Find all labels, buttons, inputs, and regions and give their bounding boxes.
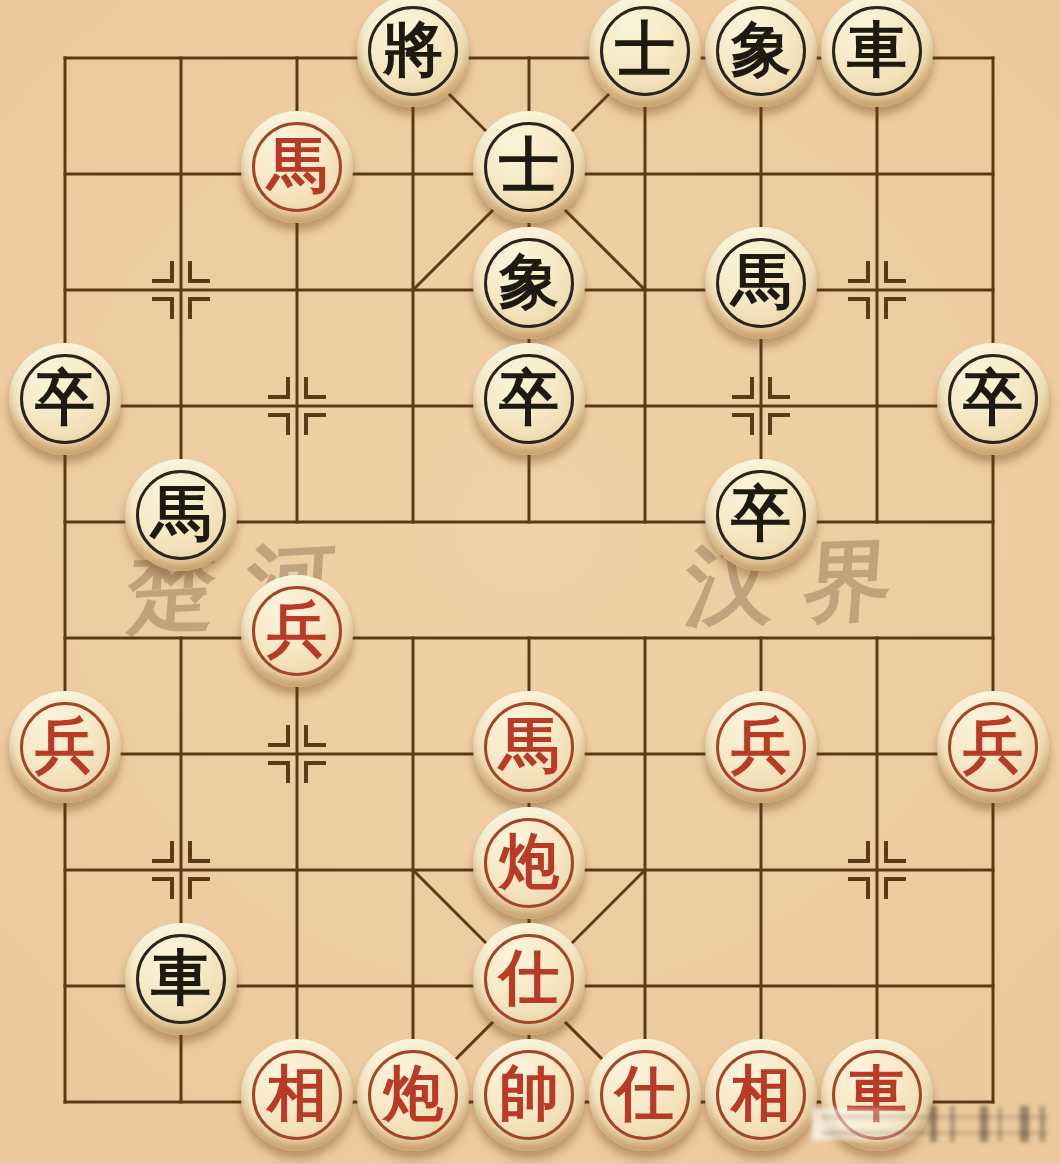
piece-glyph: 象 xyxy=(731,20,791,80)
piece-black-elephant[interactable]: 象 xyxy=(705,0,817,107)
piece-black-horse[interactable]: 馬 xyxy=(705,227,817,339)
piece-glyph: 將 xyxy=(383,20,443,80)
piece-red-cannon[interactable]: 炮 xyxy=(357,1039,469,1151)
piece-red-soldier[interactable]: 兵 xyxy=(9,691,121,803)
piece-glyph: 馬 xyxy=(151,484,211,544)
piece-black-soldier[interactable]: 卒 xyxy=(9,343,121,455)
piece-red-chariot[interactable]: 車 xyxy=(821,1039,933,1151)
piece-red-soldier[interactable]: 兵 xyxy=(241,575,353,687)
piece-red-general[interactable]: 帥 xyxy=(473,1039,585,1151)
piece-red-cannon[interactable]: 炮 xyxy=(473,807,585,919)
piece-red-soldier[interactable]: 兵 xyxy=(937,691,1049,803)
piece-black-soldier[interactable]: 卒 xyxy=(473,343,585,455)
piece-glyph: 卒 xyxy=(499,368,559,428)
piece-red-elephant[interactable]: 相 xyxy=(705,1039,817,1151)
piece-glyph: 卒 xyxy=(35,368,95,428)
piece-black-soldier[interactable]: 卒 xyxy=(937,343,1049,455)
xiangqi-app-screenshot: 楚河 汉界 將士象車馬士象馬卒卒卒馬卒兵兵馬兵兵炮車仕相炮帥仕相車 xyxy=(0,0,1060,1164)
piece-glyph: 帥 xyxy=(499,1064,559,1124)
piece-black-advisor[interactable]: 士 xyxy=(473,111,585,223)
piece-glyph: 士 xyxy=(499,136,559,196)
piece-glyph: 兵 xyxy=(35,716,95,776)
piece-glyph: 士 xyxy=(615,20,675,80)
piece-black-horse[interactable]: 馬 xyxy=(125,459,237,571)
piece-glyph: 象 xyxy=(499,252,559,312)
piece-glyph: 馬 xyxy=(499,716,559,776)
piece-glyph: 炮 xyxy=(383,1064,443,1124)
piece-red-horse[interactable]: 馬 xyxy=(241,111,353,223)
piece-red-soldier[interactable]: 兵 xyxy=(705,691,817,803)
piece-black-soldier[interactable]: 卒 xyxy=(705,459,817,571)
piece-glyph: 兵 xyxy=(963,716,1023,776)
piece-red-advisor[interactable]: 仕 xyxy=(589,1039,701,1151)
pieces-layer: 將士象車馬士象馬卒卒卒馬卒兵兵馬兵兵炮車仕相炮帥仕相車 xyxy=(7,0,1051,1160)
piece-red-advisor[interactable]: 仕 xyxy=(473,923,585,1035)
piece-black-chariot[interactable]: 車 xyxy=(821,0,933,107)
piece-black-chariot[interactable]: 車 xyxy=(125,923,237,1035)
piece-glyph: 相 xyxy=(731,1064,791,1124)
piece-glyph: 兵 xyxy=(267,600,327,660)
piece-glyph: 相 xyxy=(267,1064,327,1124)
piece-black-elephant[interactable]: 象 xyxy=(473,227,585,339)
piece-glyph: 仕 xyxy=(615,1064,675,1124)
piece-glyph: 車 xyxy=(847,20,907,80)
piece-black-general[interactable]: 將 xyxy=(357,0,469,107)
piece-glyph: 卒 xyxy=(963,368,1023,428)
piece-black-advisor[interactable]: 士 xyxy=(589,0,701,107)
piece-red-horse[interactable]: 馬 xyxy=(473,691,585,803)
piece-red-elephant[interactable]: 相 xyxy=(241,1039,353,1151)
piece-glyph: 炮 xyxy=(499,832,559,892)
piece-glyph: 車 xyxy=(847,1064,907,1124)
piece-glyph: 兵 xyxy=(731,716,791,776)
piece-glyph: 馬 xyxy=(731,252,791,312)
piece-glyph: 馬 xyxy=(267,136,327,196)
piece-glyph: 車 xyxy=(151,948,211,1008)
piece-glyph: 仕 xyxy=(499,948,559,1008)
piece-glyph: 卒 xyxy=(731,484,791,544)
